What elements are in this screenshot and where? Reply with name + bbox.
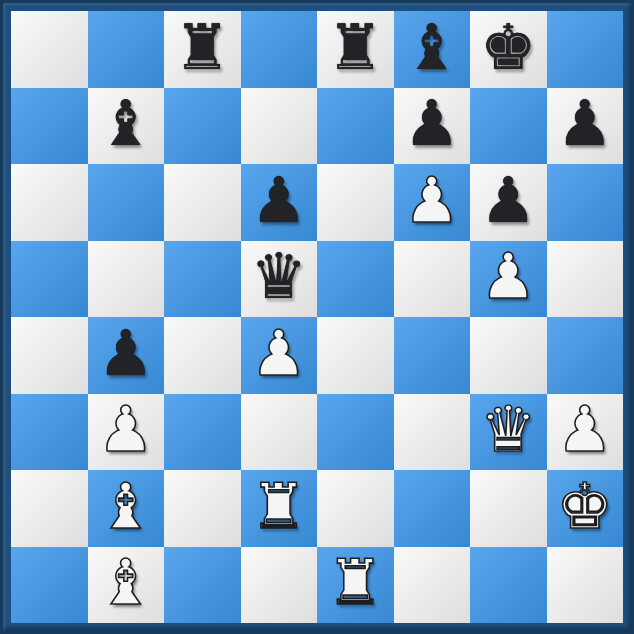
square-d4[interactable]: ♟ [241,317,318,394]
square-h1[interactable] [547,547,624,624]
square-c1[interactable] [164,547,241,624]
square-a8[interactable] [11,11,88,88]
square-e7[interactable] [317,88,394,165]
square-d5[interactable]: ♛ [241,241,318,318]
square-f8[interactable]: ♝ [394,11,471,88]
square-g1[interactable] [470,547,547,624]
square-a6[interactable] [11,164,88,241]
square-c6[interactable] [164,164,241,241]
square-c3[interactable] [164,394,241,471]
piece-black-pawn[interactable]: ♟ [480,169,536,232]
piece-white-pawn[interactable]: ♟ [404,169,460,232]
piece-white-queen[interactable]: ♛ [480,398,536,461]
piece-black-queen[interactable]: ♛ [251,245,307,308]
square-d6[interactable]: ♟ [241,164,318,241]
square-a5[interactable] [11,241,88,318]
piece-white-rook[interactable]: ♜ [251,475,307,538]
piece-black-pawn[interactable]: ♟ [251,169,307,232]
square-f4[interactable] [394,317,471,394]
square-e8[interactable]: ♜ [317,11,394,88]
square-b8[interactable] [88,11,165,88]
square-d7[interactable] [241,88,318,165]
piece-white-king[interactable]: ♚ [557,475,613,538]
square-h6[interactable] [547,164,624,241]
square-h7[interactable]: ♟ [547,88,624,165]
square-d2[interactable]: ♜ [241,470,318,547]
square-h5[interactable] [547,241,624,318]
square-e1[interactable]: ♜ [317,547,394,624]
square-h8[interactable] [547,11,624,88]
square-e3[interactable] [317,394,394,471]
square-g2[interactable] [470,470,547,547]
square-b2[interactable]: ♝ [88,470,165,547]
square-d1[interactable] [241,547,318,624]
square-b5[interactable] [88,241,165,318]
square-h3[interactable]: ♟ [547,394,624,471]
square-e2[interactable] [317,470,394,547]
piece-black-pawn[interactable]: ♟ [404,92,460,155]
board-frame: ♜♜♝♚♝♟♟♟♟♟♛♟♟♟♟♛♟♝♜♚♝♜ [0,0,634,634]
piece-white-pawn[interactable]: ♟ [251,322,307,385]
square-e5[interactable] [317,241,394,318]
piece-black-king[interactable]: ♚ [480,16,536,79]
square-h2[interactable]: ♚ [547,470,624,547]
square-g8[interactable]: ♚ [470,11,547,88]
piece-white-pawn[interactable]: ♟ [480,245,536,308]
piece-black-bishop[interactable]: ♝ [98,92,154,155]
square-a7[interactable] [11,88,88,165]
piece-black-rook[interactable]: ♜ [174,16,230,79]
piece-white-rook[interactable]: ♜ [327,551,383,614]
square-h4[interactable] [547,317,624,394]
square-g4[interactable] [470,317,547,394]
square-f5[interactable] [394,241,471,318]
piece-black-bishop[interactable]: ♝ [404,16,460,79]
square-f2[interactable] [394,470,471,547]
square-b3[interactable]: ♟ [88,394,165,471]
square-e6[interactable] [317,164,394,241]
square-c7[interactable] [164,88,241,165]
square-d8[interactable] [241,11,318,88]
piece-white-bishop[interactable]: ♝ [98,475,154,538]
chess-board: ♜♜♝♚♝♟♟♟♟♟♛♟♟♟♟♛♟♝♜♚♝♜ [11,11,623,623]
square-f7[interactable]: ♟ [394,88,471,165]
square-a3[interactable] [11,394,88,471]
square-e4[interactable] [317,317,394,394]
piece-black-rook[interactable]: ♜ [327,16,383,79]
square-a2[interactable] [11,470,88,547]
square-f6[interactable]: ♟ [394,164,471,241]
square-a1[interactable] [11,547,88,624]
piece-black-pawn[interactable]: ♟ [98,322,154,385]
square-c8[interactable]: ♜ [164,11,241,88]
square-c4[interactable] [164,317,241,394]
piece-white-bishop[interactable]: ♝ [98,551,154,614]
square-f1[interactable] [394,547,471,624]
square-g7[interactable] [470,88,547,165]
square-g5[interactable]: ♟ [470,241,547,318]
square-g3[interactable]: ♛ [470,394,547,471]
square-b1[interactable]: ♝ [88,547,165,624]
square-f3[interactable] [394,394,471,471]
square-b4[interactable]: ♟ [88,317,165,394]
piece-white-pawn[interactable]: ♟ [557,398,613,461]
square-g6[interactable]: ♟ [470,164,547,241]
square-b6[interactable] [88,164,165,241]
square-c5[interactable] [164,241,241,318]
square-d3[interactable] [241,394,318,471]
piece-white-pawn[interactable]: ♟ [98,398,154,461]
square-c2[interactable] [164,470,241,547]
piece-black-pawn[interactable]: ♟ [557,92,613,155]
square-b7[interactable]: ♝ [88,88,165,165]
square-a4[interactable] [11,317,88,394]
